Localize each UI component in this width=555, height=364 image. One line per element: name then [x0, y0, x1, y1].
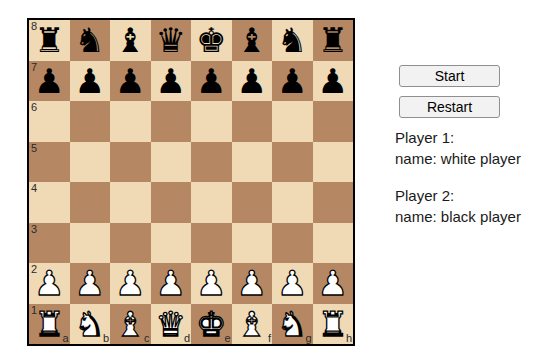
square-h4[interactable]	[313, 182, 354, 223]
square-d4[interactable]	[151, 182, 192, 223]
square-d3[interactable]	[151, 223, 192, 264]
square-b8[interactable]: ♞	[70, 20, 111, 61]
black-rook-piece[interactable]: ♜	[318, 20, 348, 61]
square-e3[interactable]	[191, 223, 232, 264]
square-b6[interactable]	[70, 101, 111, 142]
white-pawn-piece[interactable]: ♟	[277, 263, 307, 304]
square-e8[interactable]: ♚	[191, 20, 232, 61]
start-button[interactable]: Start	[399, 65, 500, 87]
black-bishop-piece[interactable]: ♝	[115, 20, 145, 61]
black-pawn-piece[interactable]: ♟	[277, 61, 307, 102]
square-f8[interactable]: ♝	[232, 20, 273, 61]
black-bishop-piece[interactable]: ♝	[237, 20, 267, 61]
white-pawn-piece[interactable]: ♟	[115, 263, 145, 304]
square-g6[interactable]	[272, 101, 313, 142]
square-e5[interactable]	[191, 142, 232, 183]
square-a4[interactable]: 4	[29, 182, 70, 223]
square-e6[interactable]	[191, 101, 232, 142]
black-pawn-piece[interactable]: ♟	[196, 61, 226, 102]
square-h2[interactable]: ♟	[313, 263, 354, 304]
square-g4[interactable]	[272, 182, 313, 223]
square-e1[interactable]: e♚	[191, 304, 232, 345]
file-label-f: f	[268, 333, 271, 344]
rank-label-3: 3	[31, 224, 37, 235]
square-a8[interactable]: 8♜	[29, 20, 70, 61]
square-g5[interactable]	[272, 142, 313, 183]
white-king-piece[interactable]: ♚	[196, 304, 226, 345]
square-b2[interactable]: ♟	[70, 263, 111, 304]
square-d6[interactable]	[151, 101, 192, 142]
black-rook-piece[interactable]: ♜	[34, 20, 64, 61]
square-g2[interactable]: ♟	[272, 263, 313, 304]
square-f3[interactable]	[232, 223, 273, 264]
chess-board[interactable]: 8♜♞♝♛♚♝♞♜7♟♟♟♟♟♟♟♟65432♟♟♟♟♟♟♟♟1a♜b♞c♝d♛…	[29, 20, 353, 344]
white-rook-piece[interactable]: ♜	[318, 304, 348, 345]
square-c5[interactable]	[110, 142, 151, 183]
black-pawn-piece[interactable]: ♟	[75, 61, 105, 102]
square-d5[interactable]	[151, 142, 192, 183]
rank-label-5: 5	[31, 143, 37, 154]
black-pawn-piece[interactable]: ♟	[156, 61, 186, 102]
black-knight-piece[interactable]: ♞	[75, 20, 105, 61]
square-c3[interactable]	[110, 223, 151, 264]
white-pawn-piece[interactable]: ♟	[196, 263, 226, 304]
square-d1[interactable]: d♛	[151, 304, 192, 345]
white-queen-piece[interactable]: ♛	[156, 304, 186, 345]
white-pawn-piece[interactable]: ♟	[34, 263, 64, 304]
player1-name: name: white player	[395, 148, 555, 169]
square-c7[interactable]: ♟	[110, 61, 151, 102]
square-h7[interactable]: ♟	[313, 61, 354, 102]
white-knight-piece[interactable]: ♞	[75, 304, 105, 345]
square-c2[interactable]: ♟	[110, 263, 151, 304]
square-h1[interactable]: h♜	[313, 304, 354, 345]
square-g1[interactable]: g♞	[272, 304, 313, 345]
square-f1[interactable]: f♝	[232, 304, 273, 345]
white-pawn-piece[interactable]: ♟	[156, 263, 186, 304]
rank-label-4: 4	[31, 183, 37, 194]
player1-title: Player 1:	[395, 127, 555, 148]
square-e4[interactable]	[191, 182, 232, 223]
square-d8[interactable]: ♛	[151, 20, 192, 61]
square-a7[interactable]: 7♟	[29, 61, 70, 102]
black-knight-piece[interactable]: ♞	[277, 20, 307, 61]
square-b4[interactable]	[70, 182, 111, 223]
rank-label-6: 6	[31, 102, 37, 113]
square-h3[interactable]	[313, 223, 354, 264]
restart-button[interactable]: Restart	[399, 96, 500, 118]
black-king-piece[interactable]: ♚	[196, 20, 226, 61]
square-h6[interactable]	[313, 101, 354, 142]
black-pawn-piece[interactable]: ♟	[34, 61, 64, 102]
square-c6[interactable]	[110, 101, 151, 142]
square-c4[interactable]	[110, 182, 151, 223]
square-c1[interactable]: c♝	[110, 304, 151, 345]
square-a3[interactable]: 3	[29, 223, 70, 264]
white-bishop-piece[interactable]: ♝	[115, 304, 145, 345]
square-e2[interactable]: ♟	[191, 263, 232, 304]
black-pawn-piece[interactable]: ♟	[318, 61, 348, 102]
square-a5[interactable]: 5	[29, 142, 70, 183]
square-b1[interactable]: b♞	[70, 304, 111, 345]
square-a6[interactable]: 6	[29, 101, 70, 142]
black-pawn-piece[interactable]: ♟	[237, 61, 267, 102]
square-g3[interactable]	[272, 223, 313, 264]
square-b3[interactable]	[70, 223, 111, 264]
square-h5[interactable]	[313, 142, 354, 183]
square-f2[interactable]: ♟	[232, 263, 273, 304]
square-f6[interactable]	[232, 101, 273, 142]
player1-info: Player 1: name: white player	[395, 127, 555, 169]
chess-board-frame: 8♜♞♝♛♚♝♞♜7♟♟♟♟♟♟♟♟65432♟♟♟♟♟♟♟♟1a♜b♞c♝d♛…	[27, 18, 355, 346]
white-pawn-piece[interactable]: ♟	[75, 263, 105, 304]
white-bishop-piece[interactable]: ♝	[237, 304, 267, 345]
player2-title: Player 2:	[395, 185, 555, 206]
square-g7[interactable]: ♟	[272, 61, 313, 102]
square-a1[interactable]: 1a♜	[29, 304, 70, 345]
white-pawn-piece[interactable]: ♟	[237, 263, 267, 304]
square-c8[interactable]: ♝	[110, 20, 151, 61]
white-rook-piece[interactable]: ♜	[34, 304, 64, 345]
square-b7[interactable]: ♟	[70, 61, 111, 102]
square-f4[interactable]	[232, 182, 273, 223]
square-a2[interactable]: 2♟	[29, 263, 70, 304]
square-h8[interactable]: ♜	[313, 20, 354, 61]
square-d7[interactable]: ♟	[151, 61, 192, 102]
square-d2[interactable]: ♟	[151, 263, 192, 304]
square-b5[interactable]	[70, 142, 111, 183]
square-f7[interactable]: ♟	[232, 61, 273, 102]
square-g8[interactable]: ♞	[272, 20, 313, 61]
square-f5[interactable]	[232, 142, 273, 183]
black-pawn-piece[interactable]: ♟	[115, 61, 145, 102]
player2-info: Player 2: name: black player	[395, 185, 555, 227]
white-pawn-piece[interactable]: ♟	[318, 263, 348, 304]
black-queen-piece[interactable]: ♛	[156, 20, 186, 61]
white-knight-piece[interactable]: ♞	[277, 304, 307, 345]
control-panel: Start Restart Player 1: name: white play…	[395, 65, 555, 227]
player2-name: name: black player	[395, 206, 555, 227]
square-e7[interactable]: ♟	[191, 61, 232, 102]
